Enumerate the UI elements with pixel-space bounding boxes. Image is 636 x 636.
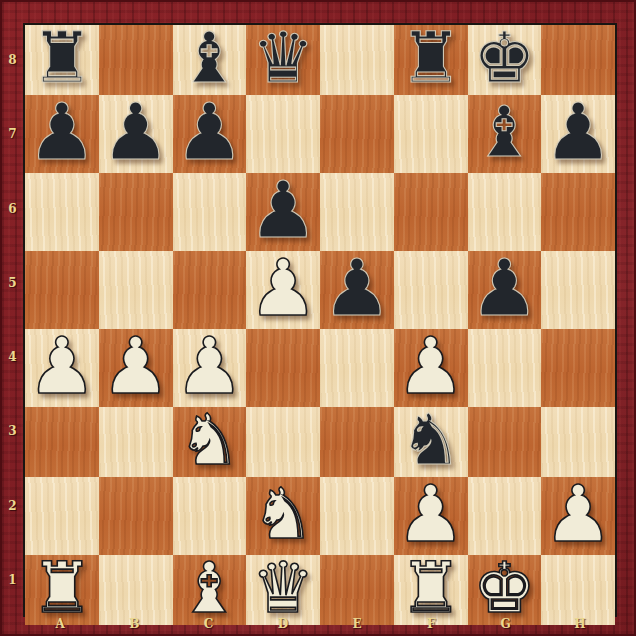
- square-a8[interactable]: ♜: [25, 25, 99, 95]
- square-b3[interactable]: [99, 407, 173, 477]
- square-b8[interactable]: [99, 25, 173, 95]
- piece-black-queen[interactable]: ♛: [252, 23, 315, 93]
- square-d2[interactable]: ♞: [246, 477, 320, 555]
- piece-black-pawn[interactable]: ♟: [543, 93, 613, 171]
- rank-label-8: 8: [2, 23, 23, 97]
- square-b7[interactable]: ♟: [99, 95, 173, 173]
- piece-black-pawn[interactable]: ♟: [248, 171, 318, 249]
- square-b5[interactable]: [99, 251, 173, 329]
- square-f4[interactable]: ♟: [394, 329, 468, 407]
- piece-black-pawn[interactable]: ♟: [322, 249, 392, 327]
- square-e8[interactable]: [320, 25, 394, 95]
- file-label-d: D: [246, 613, 320, 634]
- rank-label-4: 4: [2, 320, 23, 394]
- rank-label-1: 1: [2, 543, 23, 617]
- piece-white-pawn[interactable]: ♟: [396, 327, 466, 405]
- square-c6[interactable]: [173, 173, 247, 251]
- chess-board[interactable]: ♜♝♛♜♚♟♟♟♝♟♟♟♟♟♟♟♟♟♞♞♞♟♟♜♝♛♜♚: [23, 23, 617, 617]
- square-h6[interactable]: [541, 173, 615, 251]
- piece-white-pawn[interactable]: ♟: [543, 475, 613, 553]
- square-g2[interactable]: [468, 477, 542, 555]
- piece-black-rook[interactable]: ♜: [399, 23, 462, 93]
- square-a2[interactable]: [25, 477, 99, 555]
- rank-labels: 8 7 6 5 4 3 2 1: [2, 23, 23, 617]
- square-b6[interactable]: [99, 173, 173, 251]
- square-a4[interactable]: ♟: [25, 329, 99, 407]
- square-a7[interactable]: ♟: [25, 95, 99, 173]
- square-g4[interactable]: [468, 329, 542, 407]
- square-f7[interactable]: [394, 95, 468, 173]
- file-labels: A B C D E F G H: [23, 613, 617, 634]
- rank-label-2: 2: [2, 469, 23, 543]
- piece-white-pawn[interactable]: ♟: [174, 327, 244, 405]
- square-g8[interactable]: ♚: [468, 25, 542, 95]
- file-label-b: B: [97, 613, 171, 634]
- piece-white-knight[interactable]: ♞: [178, 405, 241, 475]
- square-h5[interactable]: [541, 251, 615, 329]
- square-h8[interactable]: [541, 25, 615, 95]
- square-f2[interactable]: ♟: [394, 477, 468, 555]
- piece-black-pawn[interactable]: ♟: [101, 93, 171, 171]
- square-h2[interactable]: ♟: [541, 477, 615, 555]
- rank-label-7: 7: [2, 97, 23, 171]
- piece-black-pawn[interactable]: ♟: [469, 249, 539, 327]
- square-e7[interactable]: [320, 95, 394, 173]
- square-c4[interactable]: ♟: [173, 329, 247, 407]
- file-label-e: E: [320, 613, 394, 634]
- piece-black-knight[interactable]: ♞: [399, 405, 462, 475]
- file-label-g: G: [469, 613, 543, 634]
- file-label-a: A: [23, 613, 97, 634]
- square-h4[interactable]: [541, 329, 615, 407]
- square-d4[interactable]: [246, 329, 320, 407]
- square-f5[interactable]: [394, 251, 468, 329]
- square-a6[interactable]: [25, 173, 99, 251]
- square-d6[interactable]: ♟: [246, 173, 320, 251]
- piece-black-bishop[interactable]: ♝: [473, 97, 536, 167]
- square-h3[interactable]: [541, 407, 615, 477]
- square-g6[interactable]: [468, 173, 542, 251]
- file-label-f: F: [394, 613, 468, 634]
- piece-white-pawn[interactable]: ♟: [27, 327, 97, 405]
- rank-label-3: 3: [2, 394, 23, 468]
- file-label-h: H: [543, 613, 617, 634]
- square-g7[interactable]: ♝: [468, 95, 542, 173]
- square-f3[interactable]: ♞: [394, 407, 468, 477]
- square-g3[interactable]: [468, 407, 542, 477]
- rank-label-5: 5: [2, 246, 23, 320]
- square-c5[interactable]: [173, 251, 247, 329]
- piece-black-king[interactable]: ♚: [473, 23, 536, 93]
- piece-white-pawn[interactable]: ♟: [396, 475, 466, 553]
- square-b2[interactable]: [99, 477, 173, 555]
- piece-white-pawn[interactable]: ♟: [101, 327, 171, 405]
- square-d8[interactable]: ♛: [246, 25, 320, 95]
- square-f8[interactable]: ♜: [394, 25, 468, 95]
- square-d3[interactable]: [246, 407, 320, 477]
- piece-black-pawn[interactable]: ♟: [174, 93, 244, 171]
- square-e2[interactable]: [320, 477, 394, 555]
- square-c7[interactable]: ♟: [173, 95, 247, 173]
- square-b4[interactable]: ♟: [99, 329, 173, 407]
- rank-label-6: 6: [2, 172, 23, 246]
- piece-white-pawn[interactable]: ♟: [248, 249, 318, 327]
- square-g5[interactable]: ♟: [468, 251, 542, 329]
- file-label-c: C: [172, 613, 246, 634]
- square-h7[interactable]: ♟: [541, 95, 615, 173]
- square-e4[interactable]: [320, 329, 394, 407]
- square-e6[interactable]: [320, 173, 394, 251]
- square-c8[interactable]: ♝: [173, 25, 247, 95]
- square-c2[interactable]: [173, 477, 247, 555]
- piece-black-bishop[interactable]: ♝: [178, 23, 241, 93]
- square-d7[interactable]: [246, 95, 320, 173]
- square-a5[interactable]: [25, 251, 99, 329]
- square-e3[interactable]: [320, 407, 394, 477]
- square-f6[interactable]: [394, 173, 468, 251]
- board-frame: 8 7 6 5 4 3 2 1 ♜♝♛♜♚♟♟♟♝♟♟♟♟♟♟♟♟♟♞♞♞♟♟♜…: [0, 0, 636, 636]
- piece-black-pawn[interactable]: ♟: [27, 93, 97, 171]
- square-d5[interactable]: ♟: [246, 251, 320, 329]
- piece-white-knight[interactable]: ♞: [252, 479, 315, 549]
- square-c3[interactable]: ♞: [173, 407, 247, 477]
- square-a3[interactable]: [25, 407, 99, 477]
- square-e5[interactable]: ♟: [320, 251, 394, 329]
- piece-black-rook[interactable]: ♜: [30, 23, 93, 93]
